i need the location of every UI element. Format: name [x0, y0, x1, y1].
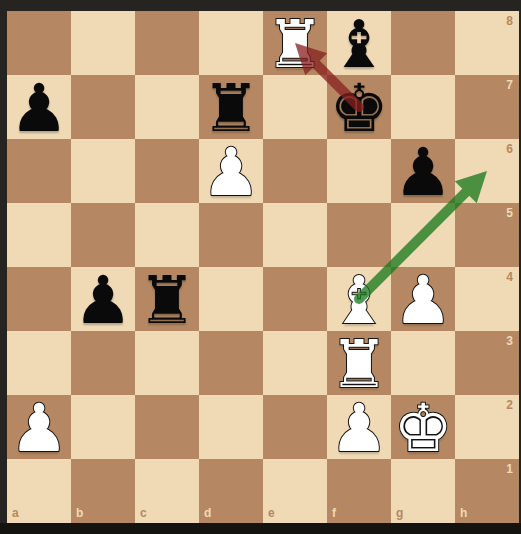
square-b7[interactable]	[71, 75, 135, 139]
square-e7[interactable]	[263, 75, 327, 139]
white-bishop-glyph: ♝	[329, 269, 388, 333]
black-pawn-glyph: ♟	[393, 141, 452, 205]
chess-board[interactable]: 12345678abcdefgh♜♝♟♜♚♟♟♟♜♝♟♜♟♟♚	[7, 11, 519, 523]
piece-black-king-f7[interactable]: ♚	[327, 75, 391, 139]
square-h2[interactable]	[455, 395, 519, 459]
square-c1[interactable]	[135, 459, 199, 523]
square-a5[interactable]	[7, 203, 71, 267]
square-a4[interactable]	[7, 267, 71, 331]
square-f5[interactable]	[327, 203, 391, 267]
square-h7[interactable]	[455, 75, 519, 139]
piece-white-king-g2[interactable]: ♚	[391, 395, 455, 459]
square-a3[interactable]	[7, 331, 71, 395]
square-g5[interactable]	[391, 203, 455, 267]
square-e2[interactable]	[263, 395, 327, 459]
piece-white-pawn-d6[interactable]: ♟	[199, 139, 263, 203]
square-h6[interactable]	[455, 139, 519, 203]
square-a8[interactable]	[7, 11, 71, 75]
square-b2[interactable]	[71, 395, 135, 459]
square-d5[interactable]	[199, 203, 263, 267]
piece-white-rook-e8[interactable]: ♜	[263, 11, 327, 75]
square-b6[interactable]	[71, 139, 135, 203]
black-king-glyph: ♚	[329, 77, 388, 141]
square-e4[interactable]	[263, 267, 327, 331]
square-g1[interactable]	[391, 459, 455, 523]
square-h8[interactable]	[455, 11, 519, 75]
square-c7[interactable]	[135, 75, 199, 139]
piece-white-bishop-f4[interactable]: ♝	[327, 267, 391, 331]
piece-white-pawn-f2[interactable]: ♟	[327, 395, 391, 459]
square-h4[interactable]	[455, 267, 519, 331]
white-rook-glyph: ♜	[265, 13, 324, 77]
black-rook-glyph: ♜	[201, 77, 260, 141]
square-b3[interactable]	[71, 331, 135, 395]
square-e6[interactable]	[263, 139, 327, 203]
square-e5[interactable]	[263, 203, 327, 267]
white-pawn-glyph: ♟	[329, 397, 388, 461]
square-h1[interactable]	[455, 459, 519, 523]
square-d2[interactable]	[199, 395, 263, 459]
piece-black-rook-d7[interactable]: ♜	[199, 75, 263, 139]
piece-black-pawn-a7[interactable]: ♟	[7, 75, 71, 139]
piece-white-pawn-g4[interactable]: ♟	[391, 267, 455, 331]
square-g8[interactable]	[391, 11, 455, 75]
square-a1[interactable]	[7, 459, 71, 523]
square-b8[interactable]	[71, 11, 135, 75]
square-a6[interactable]	[7, 139, 71, 203]
square-f1[interactable]	[327, 459, 391, 523]
square-c5[interactable]	[135, 203, 199, 267]
white-pawn-glyph: ♟	[201, 141, 260, 205]
black-bishop-glyph: ♝	[329, 13, 388, 77]
square-c6[interactable]	[135, 139, 199, 203]
square-d4[interactable]	[199, 267, 263, 331]
square-h5[interactable]	[455, 203, 519, 267]
piece-white-rook-f3[interactable]: ♜	[327, 331, 391, 395]
square-g3[interactable]	[391, 331, 455, 395]
square-g7[interactable]	[391, 75, 455, 139]
square-d1[interactable]	[199, 459, 263, 523]
bottom-bar	[0, 523, 521, 534]
white-pawn-glyph: ♟	[393, 269, 452, 333]
square-h3[interactable]	[455, 331, 519, 395]
square-d8[interactable]	[199, 11, 263, 75]
square-c8[interactable]	[135, 11, 199, 75]
white-king-glyph: ♚	[393, 397, 452, 461]
black-pawn-glyph: ♟	[9, 77, 68, 141]
square-c2[interactable]	[135, 395, 199, 459]
square-b5[interactable]	[71, 203, 135, 267]
square-d3[interactable]	[199, 331, 263, 395]
piece-black-rook-c4[interactable]: ♜	[135, 267, 199, 331]
piece-black-bishop-f8[interactable]: ♝	[327, 11, 391, 75]
piece-black-pawn-b4[interactable]: ♟	[71, 267, 135, 331]
piece-white-pawn-a2[interactable]: ♟	[7, 395, 71, 459]
white-pawn-glyph: ♟	[9, 397, 68, 461]
square-e1[interactable]	[263, 459, 327, 523]
white-rook-glyph: ♜	[329, 333, 388, 397]
square-f6[interactable]	[327, 139, 391, 203]
square-e3[interactable]	[263, 331, 327, 395]
chess-app-stage: 12345678abcdefgh♜♝♟♜♚♟♟♟♜♝♟♜♟♟♚	[0, 0, 521, 534]
square-c3[interactable]	[135, 331, 199, 395]
square-b1[interactable]	[71, 459, 135, 523]
piece-black-pawn-g6[interactable]: ♟	[391, 139, 455, 203]
black-rook-glyph: ♜	[137, 269, 196, 333]
black-pawn-glyph: ♟	[73, 269, 132, 333]
